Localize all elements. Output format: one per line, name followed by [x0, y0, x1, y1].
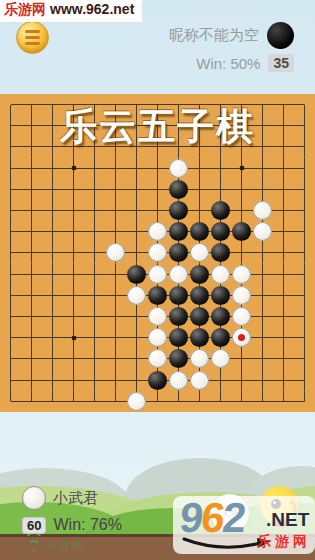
board-cell[interactable] — [126, 348, 147, 369]
player-name-row: 小武君 — [22, 486, 122, 510]
board-cell[interactable] — [63, 221, 84, 242]
opponent-win-rate: Win: 50% — [196, 55, 260, 72]
board-cell[interactable] — [105, 264, 126, 285]
black-stone — [169, 349, 188, 368]
board-cell[interactable] — [21, 221, 42, 242]
board-cell[interactable] — [0, 200, 21, 221]
board-cell[interactable] — [126, 242, 147, 263]
white-stone — [211, 265, 230, 284]
board-cell[interactable] — [210, 158, 231, 179]
white-stone — [106, 243, 125, 262]
board-cell[interactable] — [21, 158, 42, 179]
board-cell[interactable] — [105, 391, 126, 412]
board-cell[interactable] — [189, 369, 210, 390]
board-cell[interactable] — [252, 327, 273, 348]
board-cell[interactable] — [252, 242, 273, 263]
board-cell[interactable] — [231, 285, 252, 306]
board-cell[interactable] — [210, 285, 231, 306]
board-cell[interactable] — [210, 242, 231, 263]
board-cell[interactable] — [168, 369, 189, 390]
board-cell[interactable] — [168, 285, 189, 306]
board-cell[interactable] — [105, 369, 126, 390]
board-cell[interactable] — [21, 391, 42, 412]
white-stone — [169, 371, 188, 390]
logo-962: 962 — [177, 494, 246, 542]
board-cell[interactable] — [84, 200, 105, 221]
board-cell[interactable] — [42, 179, 63, 200]
player-name: 小武君 — [53, 489, 98, 508]
black-stone — [169, 201, 188, 220]
board-cell[interactable] — [126, 179, 147, 200]
board-cell[interactable] — [126, 369, 147, 390]
white-stone — [148, 265, 167, 284]
board-cell[interactable] — [147, 221, 168, 242]
board-cell[interactable] — [294, 221, 315, 242]
board-cell[interactable] — [105, 327, 126, 348]
board-cell[interactable] — [63, 285, 84, 306]
board-cell[interactable] — [189, 306, 210, 327]
board-cell[interactable] — [273, 369, 294, 390]
board-cell[interactable] — [294, 391, 315, 412]
board-cell[interactable] — [0, 327, 21, 348]
board-cell[interactable] — [126, 158, 147, 179]
black-stone — [190, 286, 209, 305]
board-cell[interactable] — [252, 221, 273, 242]
board-cell[interactable] — [105, 221, 126, 242]
board-cell[interactable] — [0, 179, 21, 200]
board-cell[interactable] — [231, 242, 252, 263]
board-cell[interactable] — [231, 306, 252, 327]
white-stone — [211, 349, 230, 368]
black-stone — [169, 328, 188, 347]
board-cell[interactable] — [0, 285, 21, 306]
board-cell[interactable] — [42, 369, 63, 390]
board-cell[interactable] — [0, 391, 21, 412]
board-cell[interactable] — [189, 327, 210, 348]
board-cell[interactable] — [84, 369, 105, 390]
board-cell[interactable] — [42, 158, 63, 179]
board-cell[interactable] — [63, 264, 84, 285]
board-cell[interactable] — [294, 348, 315, 369]
ground-watermark-text: 乐游网 — [46, 538, 85, 553]
board-cell[interactable] — [231, 369, 252, 390]
black-stone — [190, 265, 209, 284]
board-cell[interactable] — [252, 391, 273, 412]
black-stone — [169, 243, 188, 262]
board-cell[interactable] — [189, 264, 210, 285]
board-cell[interactable] — [147, 285, 168, 306]
board-cell[interactable] — [105, 179, 126, 200]
board-cell[interactable] — [84, 264, 105, 285]
board-cell[interactable] — [273, 200, 294, 221]
board-cell[interactable] — [42, 264, 63, 285]
white-stone — [232, 328, 251, 347]
white-stone — [190, 349, 209, 368]
board-cell[interactable] — [168, 242, 189, 263]
board-cell[interactable] — [42, 327, 63, 348]
board-cell[interactable] — [84, 391, 105, 412]
board-cell[interactable] — [273, 285, 294, 306]
app-screen: 乐游网www.962.net 昵称不能为空 Win: 50% 35 乐云五子棋 … — [0, 0, 315, 560]
board-cell[interactable] — [0, 158, 21, 179]
player-info: 小武君 60 Win: 76% — [22, 486, 122, 534]
board-cell[interactable] — [294, 158, 315, 179]
board-cell[interactable] — [105, 348, 126, 369]
black-stone — [169, 222, 188, 241]
board-cell[interactable] — [0, 369, 21, 390]
white-stone-avatar-icon — [22, 486, 46, 510]
white-stone — [148, 328, 167, 347]
board-cell[interactable] — [294, 285, 315, 306]
board-cell[interactable] — [21, 327, 42, 348]
board-cell[interactable] — [84, 158, 105, 179]
board-cell[interactable] — [252, 264, 273, 285]
wifi-dot-icon — [33, 549, 35, 551]
black-stone — [127, 265, 146, 284]
opponent-name-row: 昵称不能为空 — [169, 22, 294, 49]
black-stone-avatar-icon — [267, 22, 294, 49]
board-cell[interactable] — [63, 200, 84, 221]
board-cell[interactable] — [189, 200, 210, 221]
board-cell[interactable] — [21, 348, 42, 369]
board-cell[interactable] — [189, 348, 210, 369]
opponent-info: 昵称不能为空 Win: 50% 35 — [169, 22, 294, 72]
board-cell[interactable] — [147, 306, 168, 327]
black-stone — [169, 307, 188, 326]
board-cell[interactable] — [294, 264, 315, 285]
board-cell[interactable] — [84, 221, 105, 242]
board-cell[interactable] — [189, 285, 210, 306]
board-cell[interactable] — [42, 306, 63, 327]
board-cell[interactable] — [21, 179, 42, 200]
board-cell[interactable] — [126, 264, 147, 285]
board-cell[interactable] — [231, 221, 252, 242]
board-cell[interactable] — [273, 179, 294, 200]
site-url: www.962.net — [50, 1, 134, 17]
black-stone — [211, 286, 230, 305]
board-cell[interactable] — [42, 242, 63, 263]
last-move-marker-icon — [238, 334, 245, 341]
opponent-stats-row: Win: 50% 35 — [196, 54, 294, 72]
black-stone — [148, 286, 167, 305]
board-cell[interactable] — [126, 200, 147, 221]
board-cell[interactable] — [252, 285, 273, 306]
board-cell[interactable] — [273, 221, 294, 242]
board-cell[interactable] — [252, 306, 273, 327]
board-cell[interactable] — [168, 348, 189, 369]
board-cell[interactable] — [21, 306, 42, 327]
opponent-score-badge: 35 — [268, 54, 294, 72]
black-stone — [190, 328, 209, 347]
board-cell[interactable] — [273, 391, 294, 412]
black-stone — [232, 222, 251, 241]
board-cell[interactable] — [84, 327, 105, 348]
board-cell[interactable] — [210, 369, 231, 390]
board-cell[interactable] — [21, 264, 42, 285]
board-cell[interactable] — [273, 242, 294, 263]
board-cell[interactable] — [42, 200, 63, 221]
board-cell[interactable] — [147, 264, 168, 285]
board-cell[interactable] — [147, 242, 168, 263]
board-cell[interactable] — [210, 179, 231, 200]
board-cell[interactable] — [210, 327, 231, 348]
game-title-overlay: 乐云五子棋 — [0, 102, 315, 152]
board-cell[interactable] — [189, 391, 210, 412]
board-cell[interactable] — [294, 200, 315, 221]
board-cell[interactable] — [63, 369, 84, 390]
board-cell[interactable] — [147, 348, 168, 369]
board-cell[interactable] — [63, 242, 84, 263]
board-cell[interactable] — [0, 306, 21, 327]
board-cell[interactable] — [147, 158, 168, 179]
white-stone — [148, 349, 167, 368]
board-cell[interactable] — [168, 158, 189, 179]
board-cell[interactable] — [210, 264, 231, 285]
white-stone — [190, 371, 209, 390]
board-cell[interactable] — [168, 327, 189, 348]
board-cell[interactable] — [126, 221, 147, 242]
board-cell[interactable] — [126, 327, 147, 348]
board-cell[interactable] — [273, 158, 294, 179]
board-cell[interactable] — [63, 391, 84, 412]
black-stone — [148, 371, 167, 390]
board-cell[interactable] — [126, 285, 147, 306]
board-cell[interactable] — [168, 391, 189, 412]
board-cell[interactable] — [231, 264, 252, 285]
board-cell[interactable] — [126, 306, 147, 327]
opponent-name: 昵称不能为空 — [169, 26, 259, 45]
board-cell[interactable] — [84, 285, 105, 306]
board-cell[interactable] — [168, 179, 189, 200]
black-stone — [211, 307, 230, 326]
board-cell[interactable] — [21, 369, 42, 390]
board-cell[interactable] — [210, 221, 231, 242]
board-cell[interactable] — [63, 348, 84, 369]
board-cell[interactable] — [231, 179, 252, 200]
board-cell[interactable] — [147, 369, 168, 390]
board-cell[interactable] — [0, 242, 21, 263]
board-cell[interactable] — [273, 264, 294, 285]
board-cell[interactable] — [231, 391, 252, 412]
board-cell[interactable] — [63, 158, 84, 179]
white-stone — [232, 286, 251, 305]
board-cell[interactable] — [147, 327, 168, 348]
black-stone — [169, 180, 188, 199]
board-cell[interactable] — [189, 179, 210, 200]
board-cell[interactable] — [63, 327, 84, 348]
board-cell[interactable] — [105, 306, 126, 327]
board-cell[interactable] — [105, 242, 126, 263]
logo-net: .NET — [266, 509, 309, 531]
board-cell[interactable] — [294, 179, 315, 200]
board-cell[interactable] — [0, 221, 21, 242]
board-cell[interactable] — [252, 158, 273, 179]
white-stone — [169, 265, 188, 284]
board-cell[interactable] — [21, 242, 42, 263]
black-stone — [190, 222, 209, 241]
board-cell[interactable] — [21, 285, 42, 306]
site-watermark: 乐游网www.962.net — [0, 0, 142, 22]
board-cell[interactable] — [231, 327, 252, 348]
white-stone — [232, 307, 251, 326]
logo-brand: 乐游网 — [257, 533, 311, 551]
board-cell[interactable] — [252, 179, 273, 200]
hamburger-line-icon — [25, 42, 40, 45]
footer-logo-panel: 962 .NET 乐游网 — [173, 496, 315, 554]
white-stone — [253, 201, 272, 220]
board-cell[interactable] — [42, 221, 63, 242]
board-cell[interactable] — [105, 158, 126, 179]
board-cell[interactable] — [63, 306, 84, 327]
board-cell[interactable] — [252, 369, 273, 390]
black-stone — [211, 222, 230, 241]
white-stone — [127, 286, 146, 305]
board-cell[interactable] — [147, 200, 168, 221]
white-stone — [253, 222, 272, 241]
board-cell[interactable] — [84, 306, 105, 327]
board-cell[interactable] — [84, 242, 105, 263]
board-cell[interactable] — [84, 179, 105, 200]
board-cell[interactable] — [168, 200, 189, 221]
board-cell[interactable] — [42, 285, 63, 306]
board-cell[interactable] — [252, 348, 273, 369]
player-stats-row: 60 Win: 76% — [22, 516, 122, 534]
board-cell[interactable] — [294, 306, 315, 327]
black-stone — [169, 286, 188, 305]
board-cell[interactable] — [294, 242, 315, 263]
white-stone — [148, 222, 167, 241]
board-cell[interactable] — [273, 327, 294, 348]
board-cell[interactable] — [168, 221, 189, 242]
white-stone — [127, 392, 146, 411]
wifi-arc-icon — [28, 540, 41, 553]
board-cell[interactable] — [168, 306, 189, 327]
menu-coin-button[interactable] — [16, 21, 49, 54]
board-cell[interactable] — [189, 221, 210, 242]
board-cell[interactable] — [189, 242, 210, 263]
white-stone — [169, 159, 188, 178]
board-cell[interactable] — [0, 264, 21, 285]
board-cell[interactable] — [105, 285, 126, 306]
board-cell[interactable] — [231, 158, 252, 179]
player-win-rate: Win: 76% — [53, 516, 121, 534]
white-stone — [190, 243, 209, 262]
black-stone — [211, 243, 230, 262]
board-cell[interactable] — [189, 158, 210, 179]
board-cell[interactable] — [147, 391, 168, 412]
white-stone — [148, 243, 167, 262]
board-cell[interactable] — [273, 306, 294, 327]
board-cell[interactable] — [147, 179, 168, 200]
board-cell[interactable] — [294, 327, 315, 348]
board-cell[interactable] — [168, 264, 189, 285]
board-cell[interactable] — [105, 200, 126, 221]
logo-digit: 2 — [220, 494, 246, 541]
hamburger-line-icon — [25, 36, 40, 39]
site-brand: 乐游网 — [4, 1, 46, 17]
board-cell[interactable] — [42, 348, 63, 369]
board-cell[interactable] — [126, 391, 147, 412]
board-cell[interactable] — [84, 348, 105, 369]
board-cell[interactable] — [21, 200, 42, 221]
board-cell[interactable] — [210, 348, 231, 369]
board-cell[interactable] — [252, 200, 273, 221]
board-cell[interactable] — [231, 348, 252, 369]
board-cell[interactable] — [294, 369, 315, 390]
board-cell[interactable] — [231, 200, 252, 221]
player-score-badge: 60 — [22, 517, 46, 534]
board-cell[interactable] — [210, 306, 231, 327]
wifi-icon — [24, 536, 44, 552]
board-cell[interactable] — [0, 348, 21, 369]
black-stone — [211, 328, 230, 347]
white-stone — [148, 307, 167, 326]
board-cell[interactable] — [63, 179, 84, 200]
black-stone — [190, 307, 209, 326]
board-cell[interactable] — [210, 200, 231, 221]
board-cell[interactable] — [210, 391, 231, 412]
hamburger-line-icon — [25, 30, 40, 33]
black-stone — [211, 201, 230, 220]
board-cell[interactable] — [42, 391, 63, 412]
board-cell[interactable] — [273, 348, 294, 369]
white-stone — [232, 265, 251, 284]
